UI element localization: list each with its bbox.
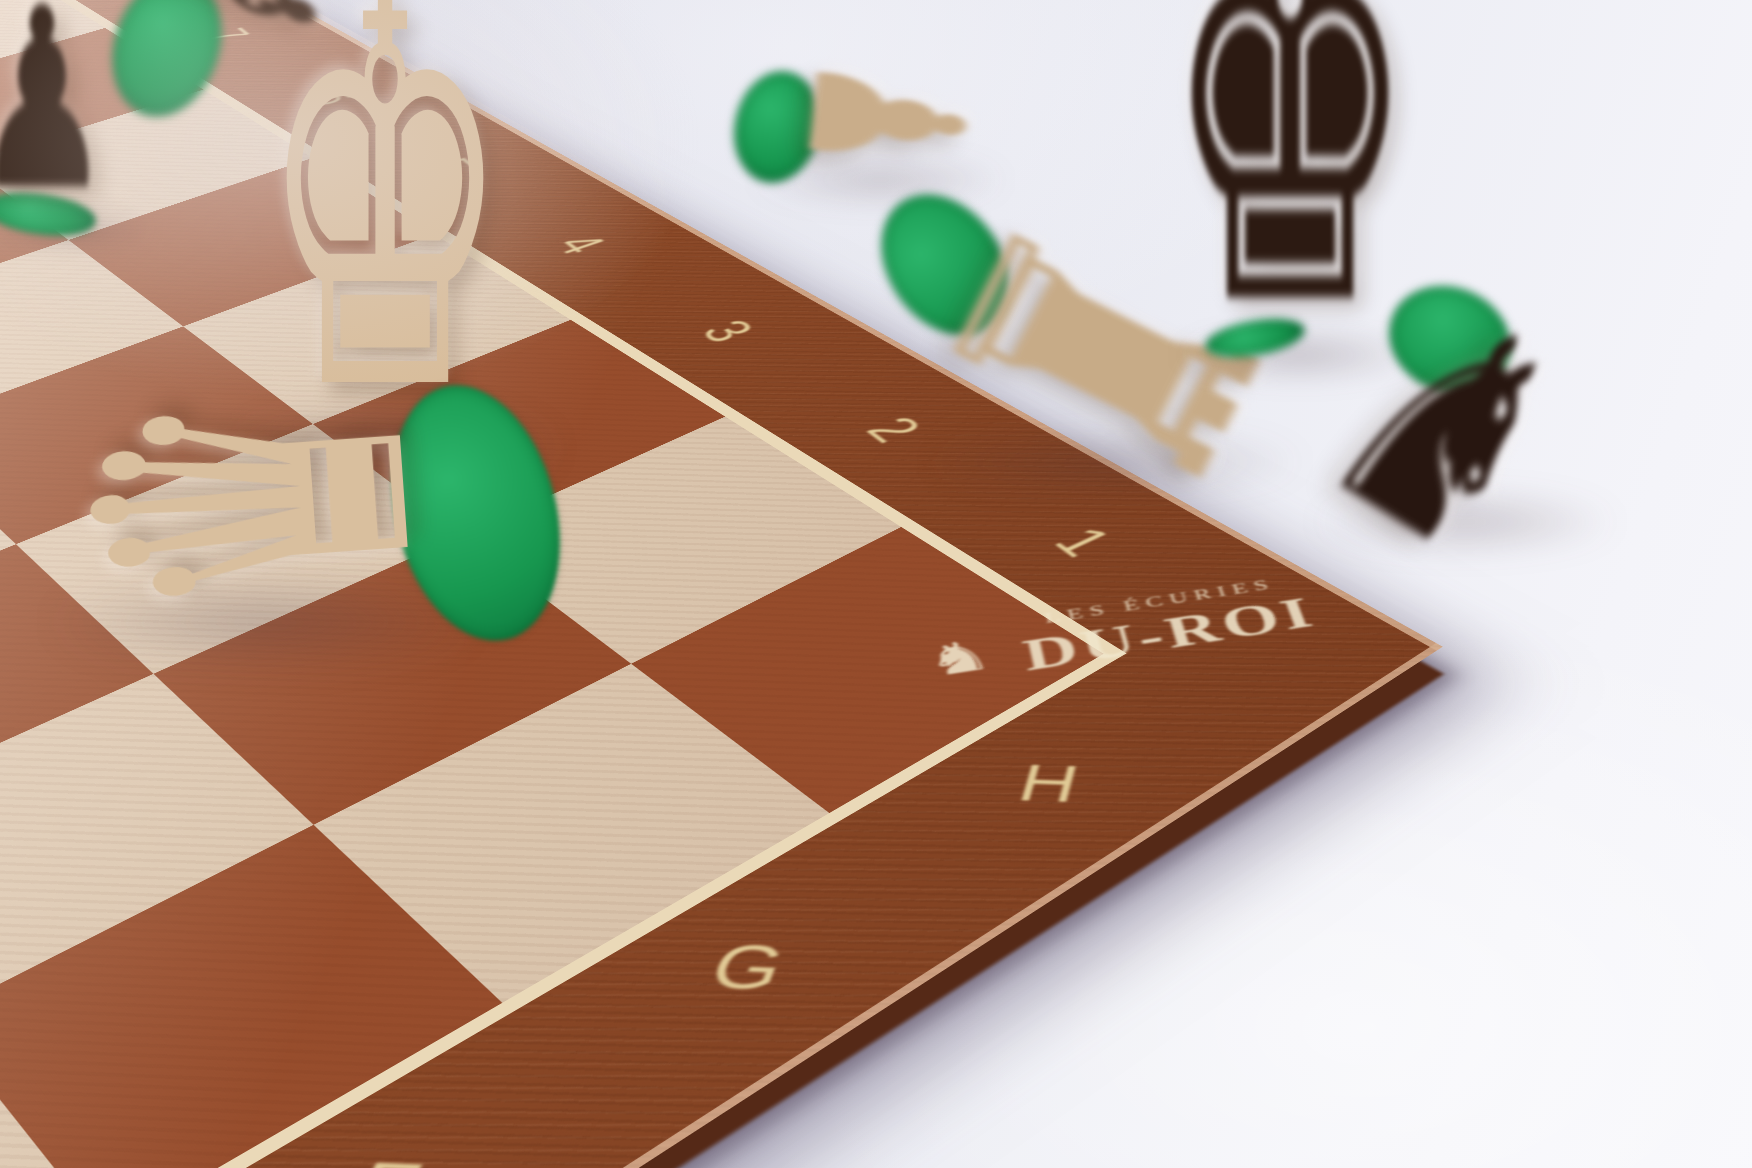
scene: ABCDEFGH 12345678 ♞ LES ÉCURIES DU-ROI ♚…: [0, 0, 1752, 1168]
white-queen-glyph: ♛: [32, 366, 478, 634]
black-king-glyph: ♚: [1164, 0, 1416, 380]
far-corner-fog: [0, 0, 700, 400]
